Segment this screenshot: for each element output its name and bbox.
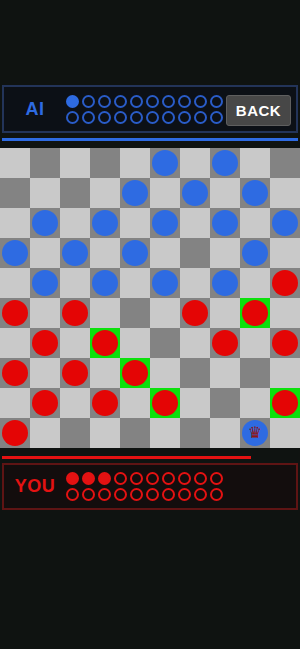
blue-capture-dot	[130, 111, 143, 124]
king-crown-icon: ♛	[248, 425, 262, 441]
square-r2c7[interactable]	[210, 208, 240, 238]
blue-capture-dot	[210, 95, 223, 108]
blue-capture-dot	[146, 95, 159, 108]
red-piece[interactable]	[212, 330, 238, 356]
square-r3c6[interactable]	[180, 238, 210, 268]
square-r8c3[interactable]	[90, 388, 120, 418]
square-r7c6[interactable]	[180, 358, 210, 388]
square-r7c7	[210, 358, 240, 388]
blue-piece[interactable]	[152, 270, 178, 296]
square-r1c9	[270, 178, 300, 208]
square-r0c3[interactable]	[90, 148, 120, 178]
app-screen: AI BACK ♛ YOU	[0, 0, 300, 649]
square-r1c2[interactable]	[60, 178, 90, 208]
square-r4c1[interactable]	[30, 268, 60, 298]
square-r2c0	[0, 208, 30, 238]
red-piece[interactable]	[92, 390, 118, 416]
blue-capture-dot	[194, 95, 207, 108]
red-piece[interactable]	[242, 300, 268, 326]
red-piece[interactable]	[32, 330, 58, 356]
square-r3c2[interactable]	[60, 238, 90, 268]
red-piece[interactable]	[2, 420, 28, 446]
red-capture-dot	[66, 488, 79, 501]
square-r4c4	[120, 268, 150, 298]
you-label: YOU	[4, 476, 66, 497]
blue-piece[interactable]	[182, 180, 208, 206]
square-r7c1	[30, 358, 60, 388]
square-r6c8	[240, 328, 270, 358]
square-r8c2	[60, 388, 90, 418]
square-r4c2	[60, 268, 90, 298]
square-r6c1[interactable]	[30, 328, 60, 358]
square-r2c1[interactable]	[30, 208, 60, 238]
square-r5c6[interactable]	[180, 298, 210, 328]
blue-capture-dot	[178, 111, 191, 124]
square-r0c2	[60, 148, 90, 178]
blue-piece[interactable]	[212, 270, 238, 296]
red-piece[interactable]	[182, 300, 208, 326]
red-capture-dot	[98, 472, 111, 485]
red-capture-dot	[146, 488, 159, 501]
square-r6c4	[120, 328, 150, 358]
red-capture-dot	[82, 488, 95, 501]
blue-capture-dot	[162, 95, 175, 108]
square-r9c6[interactable]	[180, 418, 210, 448]
red-piece[interactable]	[2, 300, 28, 326]
square-r5c1	[30, 298, 60, 328]
red-capture-dot	[162, 488, 175, 501]
blue-piece[interactable]	[2, 240, 28, 266]
square-r3c3	[90, 238, 120, 268]
square-r1c6[interactable]	[180, 178, 210, 208]
back-button[interactable]: BACK	[226, 95, 291, 126]
square-r0c8	[240, 148, 270, 178]
square-r0c9[interactable]	[270, 148, 300, 178]
ai-label: AI	[4, 99, 66, 120]
square-r9c4[interactable]	[120, 418, 150, 448]
square-r8c5[interactable]	[150, 388, 180, 418]
red-capture-dot	[178, 472, 191, 485]
red-capture-dot	[146, 472, 159, 485]
blue-capture-dot	[82, 95, 95, 108]
square-r8c7[interactable]	[210, 388, 240, 418]
square-r6c9[interactable]	[270, 328, 300, 358]
square-r7c3	[90, 358, 120, 388]
blue-king-piece[interactable]: ♛	[242, 420, 268, 446]
board: ♛	[0, 148, 300, 448]
square-r6c2	[60, 328, 90, 358]
blue-piece[interactable]	[212, 150, 238, 176]
blue-piece[interactable]	[32, 270, 58, 296]
red-capture-dot	[210, 488, 223, 501]
blue-piece[interactable]	[62, 240, 88, 266]
blue-piece[interactable]	[152, 150, 178, 176]
blue-capture-dot	[114, 111, 127, 124]
blue-piece[interactable]	[92, 210, 118, 236]
square-r8c8	[240, 388, 270, 418]
square-r4c0	[0, 268, 30, 298]
red-capture-dot	[114, 472, 127, 485]
square-r1c4[interactable]	[120, 178, 150, 208]
square-r0c1[interactable]	[30, 148, 60, 178]
square-r8c0	[0, 388, 30, 418]
blue-piece[interactable]	[32, 210, 58, 236]
red-capture-dot	[162, 472, 175, 485]
square-r0c4	[120, 148, 150, 178]
square-r1c0[interactable]	[0, 178, 30, 208]
square-r5c5	[150, 298, 180, 328]
square-r5c4[interactable]	[120, 298, 150, 328]
square-r3c7	[210, 238, 240, 268]
square-r6c5[interactable]	[150, 328, 180, 358]
square-r8c9[interactable]	[270, 388, 300, 418]
square-r5c3	[90, 298, 120, 328]
square-r0c6	[180, 148, 210, 178]
square-r2c9[interactable]	[270, 208, 300, 238]
ai-turn-bar	[2, 138, 298, 141]
square-r5c0[interactable]	[0, 298, 30, 328]
square-r4c6	[180, 268, 210, 298]
square-r8c1[interactable]	[30, 388, 60, 418]
red-piece[interactable]	[122, 360, 148, 386]
square-r3c0[interactable]	[0, 238, 30, 268]
blue-capture-dot	[98, 95, 111, 108]
blue-piece[interactable]	[122, 240, 148, 266]
blue-piece[interactable]	[242, 180, 268, 206]
blue-capture-dot	[98, 111, 111, 124]
ai-panel: AI BACK	[2, 85, 298, 133]
square-r9c8[interactable]: ♛	[240, 418, 270, 448]
square-r1c1	[30, 178, 60, 208]
blue-piece[interactable]	[272, 210, 298, 236]
blue-capture-dot	[130, 95, 143, 108]
square-r4c8	[240, 268, 270, 298]
square-r3c1	[30, 238, 60, 268]
square-r5c2[interactable]	[60, 298, 90, 328]
square-r1c7	[210, 178, 240, 208]
square-r0c7[interactable]	[210, 148, 240, 178]
red-piece[interactable]	[272, 330, 298, 356]
square-r9c9	[270, 418, 300, 448]
square-r2c6	[180, 208, 210, 238]
red-capture-dot	[194, 488, 207, 501]
square-r0c5[interactable]	[150, 148, 180, 178]
square-r7c0[interactable]	[0, 358, 30, 388]
square-r3c5	[150, 238, 180, 268]
red-capture-dot	[98, 488, 111, 501]
square-r0c0	[0, 148, 30, 178]
square-r1c3	[90, 178, 120, 208]
square-r9c1	[30, 418, 60, 448]
red-capture-dot	[114, 488, 127, 501]
square-r9c5	[150, 418, 180, 448]
square-r4c3[interactable]	[90, 268, 120, 298]
you-panel: YOU	[2, 463, 298, 510]
blue-capture-dot	[146, 111, 159, 124]
red-piece[interactable]	[272, 270, 298, 296]
blue-piece[interactable]	[92, 270, 118, 296]
blue-capture-dot	[66, 111, 79, 124]
square-r5c8[interactable]	[240, 298, 270, 328]
square-r7c8[interactable]	[240, 358, 270, 388]
blue-piece[interactable]	[242, 240, 268, 266]
red-capture-dot	[130, 472, 143, 485]
blue-capture-dot	[210, 111, 223, 124]
blue-piece[interactable]	[122, 180, 148, 206]
blue-capture-dot	[66, 95, 79, 108]
square-r3c4[interactable]	[120, 238, 150, 268]
blue-piece[interactable]	[152, 210, 178, 236]
square-r5c9	[270, 298, 300, 328]
red-capture-dot	[130, 488, 143, 501]
square-r9c2[interactable]	[60, 418, 90, 448]
you-captured-tray	[66, 472, 226, 501]
you-turn-bar	[2, 456, 251, 459]
blue-piece[interactable]	[212, 210, 238, 236]
square-r7c4[interactable]	[120, 358, 150, 388]
square-r7c9	[270, 358, 300, 388]
square-r4c5[interactable]	[150, 268, 180, 298]
red-capture-dot	[210, 472, 223, 485]
square-r5c7	[210, 298, 240, 328]
square-r8c4	[120, 388, 150, 418]
red-capture-dot	[66, 472, 79, 485]
blue-capture-dot	[114, 95, 127, 108]
square-r9c7	[210, 418, 240, 448]
blue-capture-dot	[194, 111, 207, 124]
red-piece[interactable]	[32, 390, 58, 416]
square-r2c2	[60, 208, 90, 238]
red-piece[interactable]	[92, 330, 118, 356]
square-r6c6	[180, 328, 210, 358]
square-r1c5	[150, 178, 180, 208]
square-r2c5[interactable]	[150, 208, 180, 238]
square-r2c3[interactable]	[90, 208, 120, 238]
square-r2c4	[120, 208, 150, 238]
red-piece[interactable]	[272, 390, 298, 416]
square-r6c0	[0, 328, 30, 358]
square-r7c5	[150, 358, 180, 388]
blue-capture-dot	[178, 95, 191, 108]
square-r2c8	[240, 208, 270, 238]
square-r3c9	[270, 238, 300, 268]
blue-capture-dot	[82, 111, 95, 124]
red-piece[interactable]	[2, 360, 28, 386]
red-piece[interactable]	[152, 390, 178, 416]
red-capture-dot	[82, 472, 95, 485]
square-r7c2[interactable]	[60, 358, 90, 388]
blue-capture-dot	[162, 111, 175, 124]
red-piece[interactable]	[62, 360, 88, 386]
red-capture-dot	[194, 472, 207, 485]
ai-captured-tray	[66, 95, 226, 124]
red-capture-dot	[178, 488, 191, 501]
square-r6c7[interactable]	[210, 328, 240, 358]
square-r9c3	[90, 418, 120, 448]
square-r4c9[interactable]	[270, 268, 300, 298]
square-r6c3[interactable]	[90, 328, 120, 358]
square-r3c8[interactable]	[240, 238, 270, 268]
red-piece[interactable]	[62, 300, 88, 326]
square-r9c0[interactable]	[0, 418, 30, 448]
square-r1c8[interactable]	[240, 178, 270, 208]
square-r8c6	[180, 388, 210, 418]
square-r4c7[interactable]	[210, 268, 240, 298]
